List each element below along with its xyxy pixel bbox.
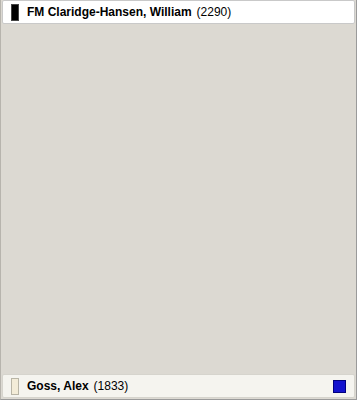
- bottom-player-name: Goss, Alex: [27, 379, 89, 393]
- bottom-player-rating: (1833): [94, 379, 129, 393]
- top-player-rating: (2290): [197, 5, 232, 19]
- chess-board: [5, 26, 353, 374]
- chess-window: FM Claridge-Hansen, William (2290) Goss,…: [0, 0, 357, 400]
- top-player-name: FM Claridge-Hansen, William: [27, 5, 192, 19]
- black-side-chip-icon: [11, 4, 19, 21]
- white-side-chip-icon: [11, 378, 19, 395]
- bottom-player-bar: Goss, Alex (1833): [2, 374, 355, 398]
- move-indicator: [333, 380, 346, 393]
- top-player-bar: FM Claridge-Hansen, William (2290): [2, 0, 355, 24]
